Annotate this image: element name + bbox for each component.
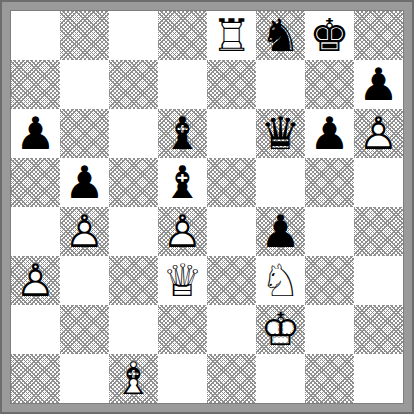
pawn-glyph-fill: ♟ — [354, 60, 403, 109]
square-h3[interactable] — [354, 256, 403, 305]
piece-white-pawn[interactable]: ♟♙ — [158, 207, 207, 256]
piece-white-pawn[interactable]: ♟♙ — [354, 109, 403, 158]
square-h2[interactable] — [354, 305, 403, 354]
square-a5[interactable] — [11, 158, 60, 207]
piece-white-knight[interactable]: ♞♘ — [256, 256, 305, 305]
square-g2[interactable] — [305, 305, 354, 354]
square-b5[interactable]: ♟ — [60, 158, 109, 207]
square-d3[interactable]: ♛♕ — [158, 256, 207, 305]
square-c4[interactable] — [109, 207, 158, 256]
bishop-glyph-outline: ♗ — [109, 354, 158, 403]
pawn-glyph-outline: ♙ — [11, 256, 60, 305]
queen-glyph-fill: ♛ — [256, 109, 305, 158]
square-d2[interactable] — [158, 305, 207, 354]
pawn-glyph-outline: ♙ — [354, 109, 403, 158]
square-a3[interactable]: ♟♙ — [11, 256, 60, 305]
square-f4[interactable]: ♟ — [256, 207, 305, 256]
piece-black-knight[interactable]: ♞ — [256, 11, 305, 60]
queen-glyph-outline: ♕ — [158, 256, 207, 305]
square-h1[interactable] — [354, 354, 403, 403]
piece-black-bishop[interactable]: ♝ — [158, 158, 207, 207]
square-g5[interactable] — [305, 158, 354, 207]
square-e4[interactable] — [207, 207, 256, 256]
square-h6[interactable]: ♟♙ — [354, 109, 403, 158]
piece-black-queen[interactable]: ♛ — [256, 109, 305, 158]
square-a7[interactable] — [11, 60, 60, 109]
square-d6[interactable]: ♝ — [158, 109, 207, 158]
square-b1[interactable] — [60, 354, 109, 403]
square-h8[interactable] — [354, 11, 403, 60]
square-a6[interactable]: ♟ — [11, 109, 60, 158]
square-e6[interactable] — [207, 109, 256, 158]
piece-black-pawn[interactable]: ♟ — [60, 158, 109, 207]
bishop-glyph-fill: ♝ — [158, 158, 207, 207]
square-b8[interactable] — [60, 11, 109, 60]
square-f8[interactable]: ♞ — [256, 11, 305, 60]
piece-white-pawn[interactable]: ♟♙ — [11, 256, 60, 305]
square-e8[interactable]: ♜♖ — [207, 11, 256, 60]
piece-black-king[interactable]: ♚ — [305, 11, 354, 60]
square-c2[interactable] — [109, 305, 158, 354]
square-g6[interactable]: ♟ — [305, 109, 354, 158]
pawn-glyph-fill: ♟ — [60, 158, 109, 207]
square-a2[interactable] — [11, 305, 60, 354]
square-f6[interactable]: ♛ — [256, 109, 305, 158]
piece-black-pawn[interactable]: ♟ — [354, 60, 403, 109]
square-g4[interactable] — [305, 207, 354, 256]
square-c6[interactable] — [109, 109, 158, 158]
square-f2[interactable]: ♚♔ — [256, 305, 305, 354]
square-b2[interactable] — [60, 305, 109, 354]
square-b3[interactable] — [60, 256, 109, 305]
king-glyph-fill: ♚ — [305, 11, 354, 60]
square-b7[interactable] — [60, 60, 109, 109]
square-h4[interactable] — [354, 207, 403, 256]
square-g3[interactable] — [305, 256, 354, 305]
square-e2[interactable] — [207, 305, 256, 354]
pawn-glyph-outline: ♙ — [60, 207, 109, 256]
piece-white-queen[interactable]: ♛♕ — [158, 256, 207, 305]
square-f5[interactable] — [256, 158, 305, 207]
square-b4[interactable]: ♟♙ — [60, 207, 109, 256]
square-d7[interactable] — [158, 60, 207, 109]
pawn-glyph-fill: ♟ — [11, 109, 60, 158]
pawn-glyph-fill: ♟ — [305, 109, 354, 158]
piece-white-king[interactable]: ♚♔ — [256, 305, 305, 354]
piece-black-bishop[interactable]: ♝ — [158, 109, 207, 158]
square-a4[interactable] — [11, 207, 60, 256]
square-e7[interactable] — [207, 60, 256, 109]
square-h5[interactable] — [354, 158, 403, 207]
rook-glyph-outline: ♖ — [207, 11, 256, 60]
piece-white-bishop[interactable]: ♝♗ — [109, 354, 158, 403]
piece-white-pawn[interactable]: ♟♙ — [60, 207, 109, 256]
square-c3[interactable] — [109, 256, 158, 305]
king-glyph-outline: ♔ — [256, 305, 305, 354]
square-g7[interactable] — [305, 60, 354, 109]
square-b6[interactable] — [60, 109, 109, 158]
square-f3[interactable]: ♞♘ — [256, 256, 305, 305]
piece-black-pawn[interactable]: ♟ — [256, 207, 305, 256]
square-a1[interactable] — [11, 354, 60, 403]
square-d1[interactable] — [158, 354, 207, 403]
square-f1[interactable] — [256, 354, 305, 403]
square-c1[interactable]: ♝♗ — [109, 354, 158, 403]
knight-glyph-fill: ♞ — [256, 11, 305, 60]
chess-board-frame: ♜♖♞♚♟♟♝♛♟♟♙♟♝♟♙♟♙♟♟♙♛♕♞♘♚♔♝♗ — [0, 0, 414, 414]
square-c7[interactable] — [109, 60, 158, 109]
square-h7[interactable]: ♟ — [354, 60, 403, 109]
square-g1[interactable] — [305, 354, 354, 403]
knight-glyph-outline: ♘ — [256, 256, 305, 305]
piece-black-pawn[interactable]: ♟ — [305, 109, 354, 158]
square-f7[interactable] — [256, 60, 305, 109]
square-e1[interactable] — [207, 354, 256, 403]
square-d5[interactable]: ♝ — [158, 158, 207, 207]
square-e5[interactable] — [207, 158, 256, 207]
square-d8[interactable] — [158, 11, 207, 60]
square-a8[interactable] — [11, 11, 60, 60]
square-d4[interactable]: ♟♙ — [158, 207, 207, 256]
bishop-glyph-fill: ♝ — [158, 109, 207, 158]
pawn-glyph-fill: ♟ — [256, 207, 305, 256]
piece-black-pawn[interactable]: ♟ — [11, 109, 60, 158]
square-c5[interactable] — [109, 158, 158, 207]
square-e3[interactable] — [207, 256, 256, 305]
square-g8[interactable]: ♚ — [305, 11, 354, 60]
chess-board: ♜♖♞♚♟♟♝♛♟♟♙♟♝♟♙♟♙♟♟♙♛♕♞♘♚♔♝♗ — [11, 11, 403, 403]
piece-white-rook[interactable]: ♜♖ — [207, 11, 256, 60]
square-c8[interactable] — [109, 11, 158, 60]
pawn-glyph-outline: ♙ — [158, 207, 207, 256]
